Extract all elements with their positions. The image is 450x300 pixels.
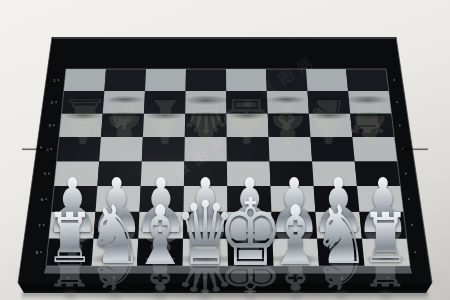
frame-dot bbox=[48, 173, 50, 175]
square-c3[interactable] bbox=[140, 186, 184, 212]
square-g7[interactable] bbox=[308, 91, 351, 114]
square-d5[interactable] bbox=[184, 137, 227, 161]
square-f5[interactable] bbox=[269, 137, 313, 161]
square-f2[interactable] bbox=[271, 212, 317, 239]
square-g5[interactable] bbox=[311, 137, 355, 161]
frame-dot bbox=[394, 79, 396, 81]
frame-dot bbox=[58, 79, 60, 81]
rank-label: 3 bbox=[48, 123, 51, 128]
file-label: a bbox=[67, 275, 70, 280]
square-c2[interactable] bbox=[138, 212, 183, 239]
file-label: g bbox=[341, 275, 344, 280]
square-f4[interactable] bbox=[270, 161, 314, 186]
square-a3[interactable] bbox=[52, 186, 98, 212]
square-d6[interactable] bbox=[185, 114, 227, 137]
table-reflection bbox=[22, 292, 428, 300]
square-a5[interactable] bbox=[57, 137, 101, 161]
square-c1[interactable] bbox=[137, 239, 183, 267]
frame-dot bbox=[55, 102, 57, 104]
square-g1[interactable] bbox=[317, 239, 364, 267]
frame-dot bbox=[405, 173, 407, 175]
frame-dot bbox=[396, 102, 398, 104]
square-b1[interactable] bbox=[92, 239, 139, 267]
square-b5[interactable] bbox=[99, 137, 143, 161]
file-label: b bbox=[113, 275, 116, 280]
rank-label: 2 bbox=[51, 100, 54, 105]
square-b3[interactable] bbox=[96, 186, 141, 212]
frame-dot bbox=[408, 198, 410, 200]
square-h4[interactable] bbox=[355, 161, 401, 186]
square-h7[interactable] bbox=[348, 91, 391, 114]
square-b8[interactable] bbox=[104, 69, 146, 91]
square-f7[interactable] bbox=[267, 91, 309, 114]
frame-dot bbox=[411, 224, 413, 226]
square-a1[interactable] bbox=[46, 239, 94, 267]
bottom-bevel bbox=[44, 266, 412, 274]
square-d4[interactable] bbox=[184, 161, 227, 186]
square-g4[interactable] bbox=[312, 161, 357, 186]
rank-label: 7 bbox=[38, 223, 41, 228]
square-g3[interactable] bbox=[314, 186, 360, 212]
frame-dot bbox=[53, 125, 55, 127]
square-b7[interactable] bbox=[103, 91, 145, 114]
rank-label: 1 bbox=[53, 78, 56, 83]
square-f8[interactable] bbox=[266, 69, 308, 91]
square-e2[interactable] bbox=[228, 212, 273, 239]
frame-dot bbox=[51, 148, 53, 150]
square-g2[interactable] bbox=[315, 212, 362, 239]
square-h1[interactable] bbox=[362, 239, 410, 267]
square-h2[interactable] bbox=[359, 212, 406, 239]
file-label: d bbox=[204, 275, 207, 280]
frame-dot bbox=[46, 198, 48, 200]
square-e8[interactable] bbox=[226, 69, 267, 91]
square-c7[interactable] bbox=[144, 91, 186, 114]
chess-photo-scene: 87654321abcdefgh ♜♜♞♞♝♝♛♛♚♚♝♝♞♞♜♜♟♟♟♟♟♟♟… bbox=[0, 0, 450, 300]
hinge-dot bbox=[40, 147, 42, 149]
square-g8[interactable] bbox=[306, 69, 348, 91]
square-h3[interactable] bbox=[357, 186, 403, 212]
square-a2[interactable] bbox=[49, 212, 96, 239]
square-h5[interactable] bbox=[352, 137, 397, 161]
frame-dot bbox=[43, 224, 45, 226]
square-f1[interactable] bbox=[273, 239, 320, 267]
square-d1[interactable] bbox=[183, 239, 229, 267]
square-d7[interactable] bbox=[185, 91, 226, 114]
square-e5[interactable] bbox=[227, 137, 270, 161]
hinge-seam bbox=[22, 149, 48, 151]
file-label: h bbox=[386, 275, 389, 280]
square-b6[interactable] bbox=[101, 114, 144, 137]
frame-dot bbox=[399, 125, 401, 127]
square-b4[interactable] bbox=[97, 161, 141, 186]
frame-dot bbox=[415, 251, 417, 253]
square-c8[interactable] bbox=[145, 69, 186, 91]
square-c4[interactable] bbox=[141, 161, 185, 186]
square-a8[interactable] bbox=[64, 69, 106, 91]
square-e6[interactable] bbox=[227, 114, 269, 137]
square-h6[interactable] bbox=[350, 114, 394, 137]
hinge-seam bbox=[402, 149, 428, 151]
rank-label: 5 bbox=[43, 171, 46, 176]
square-a7[interactable] bbox=[62, 91, 105, 114]
square-d8[interactable] bbox=[186, 69, 227, 91]
rank-label: 6 bbox=[41, 197, 44, 202]
square-c5[interactable] bbox=[142, 137, 185, 161]
square-f6[interactable] bbox=[268, 114, 311, 137]
square-f3[interactable] bbox=[271, 186, 316, 212]
frame-dot bbox=[40, 251, 42, 253]
square-e1[interactable] bbox=[228, 239, 274, 267]
square-e4[interactable] bbox=[227, 161, 271, 186]
square-h8[interactable] bbox=[346, 69, 389, 91]
square-c6[interactable] bbox=[143, 114, 185, 137]
square-e7[interactable] bbox=[226, 91, 268, 114]
square-a6[interactable] bbox=[59, 114, 103, 137]
rank-label: 8 bbox=[35, 250, 38, 255]
square-d3[interactable] bbox=[184, 186, 228, 212]
square-d2[interactable] bbox=[183, 212, 228, 239]
chess-board: 87654321abcdefgh bbox=[0, 0, 450, 300]
square-g6[interactable] bbox=[309, 114, 353, 137]
file-label: e bbox=[250, 275, 253, 280]
square-e3[interactable] bbox=[227, 186, 271, 212]
square-a4[interactable] bbox=[54, 161, 99, 186]
square-b2[interactable] bbox=[94, 212, 140, 239]
